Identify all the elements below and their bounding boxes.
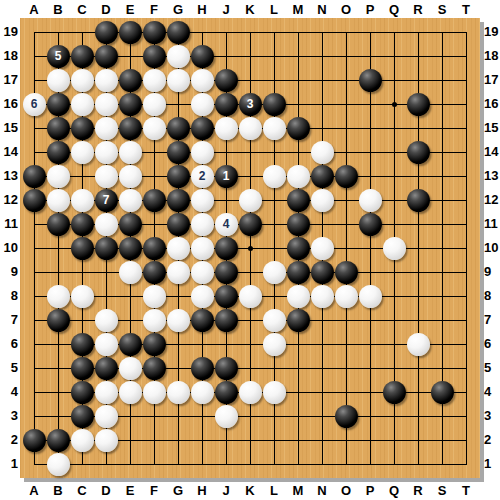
white-stone-D16[interactable] — [95, 93, 118, 116]
white-stone-F7[interactable] — [143, 309, 166, 332]
board-cell-G8[interactable] — [166, 284, 190, 308]
board-cell-N7[interactable] — [310, 308, 334, 332]
board-cell-H19[interactable] — [190, 20, 214, 44]
board-cell-C14[interactable] — [70, 140, 94, 164]
board-cell-J4[interactable] — [214, 380, 238, 404]
board-cell-B11[interactable] — [46, 212, 70, 236]
board-cell-P13[interactable] — [358, 164, 382, 188]
white-stone-N14[interactable] — [311, 141, 334, 164]
board-cell-M16[interactable] — [286, 92, 310, 116]
board-cell-T10[interactable] — [454, 236, 478, 260]
board-cell-F11[interactable] — [142, 212, 166, 236]
black-stone-P17[interactable] — [359, 69, 382, 92]
board-cell-E12[interactable] — [118, 188, 142, 212]
black-stone-B2[interactable] — [47, 429, 70, 452]
white-stone-P12[interactable] — [359, 189, 382, 212]
board-cell-Q16[interactable] — [382, 92, 406, 116]
board-cell-Q15[interactable] — [382, 116, 406, 140]
board-cell-J16[interactable] — [214, 92, 238, 116]
board-cell-K14[interactable] — [238, 140, 262, 164]
white-stone-H14[interactable] — [191, 141, 214, 164]
white-stone-H17[interactable] — [191, 69, 214, 92]
board-cell-S3[interactable] — [430, 404, 454, 428]
black-stone-H5[interactable] — [191, 357, 214, 380]
board-cell-B6[interactable] — [46, 332, 70, 356]
board-cell-J15[interactable] — [214, 116, 238, 140]
board-cell-R14[interactable] — [406, 140, 430, 164]
white-stone-F4[interactable] — [143, 381, 166, 404]
white-stone-C14[interactable] — [71, 141, 94, 164]
black-stone-O3[interactable] — [335, 405, 358, 428]
board-cell-L13[interactable] — [262, 164, 286, 188]
board-cell-S19[interactable] — [430, 20, 454, 44]
board-cell-R18[interactable] — [406, 44, 430, 68]
black-stone-M10[interactable] — [287, 237, 310, 260]
board-cell-M5[interactable] — [286, 356, 310, 380]
board-cell-M6[interactable] — [286, 332, 310, 356]
black-stone-C11[interactable] — [71, 213, 94, 236]
board-cell-C15[interactable] — [70, 116, 94, 140]
board-cell-H12[interactable] — [190, 188, 214, 212]
board-cell-Q3[interactable] — [382, 404, 406, 428]
white-stone-B13[interactable] — [47, 165, 70, 188]
board-cell-Q5[interactable] — [382, 356, 406, 380]
board-cell-D4[interactable] — [94, 380, 118, 404]
board-cell-S5[interactable] — [430, 356, 454, 380]
black-stone-N13[interactable] — [311, 165, 334, 188]
black-stone-F6[interactable] — [143, 333, 166, 356]
board-cell-B18[interactable]: 5 — [46, 44, 70, 68]
board-cell-M8[interactable] — [286, 284, 310, 308]
black-stone-F12[interactable] — [143, 189, 166, 212]
board-cell-N11[interactable] — [310, 212, 334, 236]
white-stone-K12[interactable] — [239, 189, 262, 212]
black-stone-J4[interactable] — [215, 381, 238, 404]
board-cell-J10[interactable] — [214, 236, 238, 260]
board-cell-Q11[interactable] — [382, 212, 406, 236]
board-cell-S15[interactable] — [430, 116, 454, 140]
board-cell-S18[interactable] — [430, 44, 454, 68]
board-cell-C6[interactable] — [70, 332, 94, 356]
black-stone-R16[interactable] — [407, 93, 430, 116]
board-cell-P9[interactable] — [358, 260, 382, 284]
black-stone-G14[interactable] — [167, 141, 190, 164]
board-cell-B9[interactable] — [46, 260, 70, 284]
black-stone-F5[interactable] — [143, 357, 166, 380]
board-cell-G17[interactable] — [166, 68, 190, 92]
board-cell-E8[interactable] — [118, 284, 142, 308]
board-cell-A5[interactable] — [22, 356, 46, 380]
board-cell-E1[interactable] — [118, 452, 142, 476]
board-cell-G13[interactable] — [166, 164, 190, 188]
white-stone-F8[interactable] — [143, 285, 166, 308]
board-cell-M7[interactable] — [286, 308, 310, 332]
white-stone-H16[interactable] — [191, 93, 214, 116]
board-cell-E10[interactable] — [118, 236, 142, 260]
board-cell-P16[interactable] — [358, 92, 382, 116]
board-cell-G11[interactable] — [166, 212, 190, 236]
board-cell-R17[interactable] — [406, 68, 430, 92]
board-cell-S10[interactable] — [430, 236, 454, 260]
board-cell-L2[interactable] — [262, 428, 286, 452]
board-cell-B8[interactable] — [46, 284, 70, 308]
board-cell-J7[interactable] — [214, 308, 238, 332]
board-cell-M3[interactable] — [286, 404, 310, 428]
board-cell-P5[interactable] — [358, 356, 382, 380]
board-cell-A9[interactable] — [22, 260, 46, 284]
board-cell-G12[interactable] — [166, 188, 190, 212]
board-cell-T16[interactable] — [454, 92, 478, 116]
board-cell-Q6[interactable] — [382, 332, 406, 356]
board-cell-O12[interactable] — [334, 188, 358, 212]
black-stone-L16[interactable] — [263, 93, 286, 116]
board-cell-C12[interactable] — [70, 188, 94, 212]
white-stone-C17[interactable] — [71, 69, 94, 92]
board-cell-L3[interactable] — [262, 404, 286, 428]
board-cell-L10[interactable] — [262, 236, 286, 260]
board-cell-D19[interactable] — [94, 20, 118, 44]
board-cell-R15[interactable] — [406, 116, 430, 140]
board-cell-K19[interactable] — [238, 20, 262, 44]
white-stone-L7[interactable] — [263, 309, 286, 332]
board-cell-R6[interactable] — [406, 332, 430, 356]
board-cell-H1[interactable] — [190, 452, 214, 476]
board-cell-M17[interactable] — [286, 68, 310, 92]
black-stone-J9[interactable] — [215, 261, 238, 284]
board-cell-J18[interactable] — [214, 44, 238, 68]
white-stone-B8[interactable] — [47, 285, 70, 308]
board-cell-D18[interactable] — [94, 44, 118, 68]
black-stone-E6[interactable] — [119, 333, 142, 356]
board-cell-L17[interactable] — [262, 68, 286, 92]
board-cell-P3[interactable] — [358, 404, 382, 428]
white-stone-K8[interactable] — [239, 285, 262, 308]
board-cell-A6[interactable] — [22, 332, 46, 356]
board-cell-A15[interactable] — [22, 116, 46, 140]
board-cell-B19[interactable] — [46, 20, 70, 44]
white-stone-G4[interactable] — [167, 381, 190, 404]
board-cell-D1[interactable] — [94, 452, 118, 476]
black-stone-F10[interactable] — [143, 237, 166, 260]
board-cell-K18[interactable] — [238, 44, 262, 68]
black-stone-H18[interactable] — [191, 45, 214, 68]
board-cell-H13[interactable]: 2 — [190, 164, 214, 188]
black-stone-Q4[interactable] — [383, 381, 406, 404]
white-stone-H9[interactable] — [191, 261, 214, 284]
board-cell-S6[interactable] — [430, 332, 454, 356]
board-cell-A10[interactable] — [22, 236, 46, 260]
board-cell-A14[interactable] — [22, 140, 46, 164]
black-stone-C10[interactable] — [71, 237, 94, 260]
board-cell-N14[interactable] — [310, 140, 334, 164]
board-cell-F9[interactable] — [142, 260, 166, 284]
board-cell-B2[interactable] — [46, 428, 70, 452]
black-stone-C6[interactable] — [71, 333, 94, 356]
board-cell-F3[interactable] — [142, 404, 166, 428]
black-stone-E10[interactable] — [119, 237, 142, 260]
white-stone-H11[interactable] — [191, 213, 214, 236]
black-stone-C5[interactable] — [71, 357, 94, 380]
board-cell-L14[interactable] — [262, 140, 286, 164]
board-cell-C17[interactable] — [70, 68, 94, 92]
board-cell-P18[interactable] — [358, 44, 382, 68]
white-stone-G18[interactable] — [167, 45, 190, 68]
board-cell-A17[interactable] — [22, 68, 46, 92]
board-cell-Q19[interactable] — [382, 20, 406, 44]
black-stone-J16[interactable] — [215, 93, 238, 116]
board-cell-S13[interactable] — [430, 164, 454, 188]
black-stone-G15[interactable] — [167, 117, 190, 140]
board-cell-T8[interactable] — [454, 284, 478, 308]
white-stone-M8[interactable] — [287, 285, 310, 308]
black-stone-O13[interactable] — [335, 165, 358, 188]
board-cell-R9[interactable] — [406, 260, 430, 284]
board-cell-R7[interactable] — [406, 308, 430, 332]
board-cell-O9[interactable] — [334, 260, 358, 284]
board-cell-D5[interactable] — [94, 356, 118, 380]
board-cell-P4[interactable] — [358, 380, 382, 404]
white-stone-H4[interactable] — [191, 381, 214, 404]
board-cell-S7[interactable] — [430, 308, 454, 332]
board-cell-S16[interactable] — [430, 92, 454, 116]
board-cell-N15[interactable] — [310, 116, 334, 140]
board-cell-H17[interactable] — [190, 68, 214, 92]
board-cell-M14[interactable] — [286, 140, 310, 164]
board-cell-E13[interactable] — [118, 164, 142, 188]
board-cell-S8[interactable] — [430, 284, 454, 308]
board-cell-A3[interactable] — [22, 404, 46, 428]
black-stone-D12[interactable]: 7 — [95, 189, 118, 212]
board-cell-P15[interactable] — [358, 116, 382, 140]
board-cell-C11[interactable] — [70, 212, 94, 236]
board-cell-T17[interactable] — [454, 68, 478, 92]
board-cell-M13[interactable] — [286, 164, 310, 188]
board-cell-H11[interactable] — [190, 212, 214, 236]
white-stone-D3[interactable] — [95, 405, 118, 428]
board-cell-R3[interactable] — [406, 404, 430, 428]
board-cell-C2[interactable] — [70, 428, 94, 452]
board-cell-R8[interactable] — [406, 284, 430, 308]
board-cell-C1[interactable] — [70, 452, 94, 476]
board-cell-L19[interactable] — [262, 20, 286, 44]
board-cell-L6[interactable] — [262, 332, 286, 356]
board-cell-E3[interactable] — [118, 404, 142, 428]
board-cell-J2[interactable] — [214, 428, 238, 452]
board-cell-F12[interactable] — [142, 188, 166, 212]
black-stone-B16[interactable] — [47, 93, 70, 116]
board-cell-E2[interactable] — [118, 428, 142, 452]
white-stone-H13[interactable]: 2 — [191, 165, 214, 188]
board-cell-Q18[interactable] — [382, 44, 406, 68]
board-cell-F15[interactable] — [142, 116, 166, 140]
black-stone-H15[interactable] — [191, 117, 214, 140]
white-stone-A16[interactable]: 6 — [23, 93, 46, 116]
white-stone-C12[interactable] — [71, 189, 94, 212]
board-cell-Q10[interactable] — [382, 236, 406, 260]
black-stone-J7[interactable] — [215, 309, 238, 332]
board-cell-J6[interactable] — [214, 332, 238, 356]
white-stone-K4[interactable] — [239, 381, 262, 404]
board-cell-H7[interactable] — [190, 308, 214, 332]
board-cell-M11[interactable] — [286, 212, 310, 236]
board-cell-M9[interactable] — [286, 260, 310, 284]
board-cell-L4[interactable] — [262, 380, 286, 404]
board-cell-L12[interactable] — [262, 188, 286, 212]
board-cell-O1[interactable] — [334, 452, 358, 476]
board-cell-F5[interactable] — [142, 356, 166, 380]
white-stone-J15[interactable] — [215, 117, 238, 140]
white-stone-G9[interactable] — [167, 261, 190, 284]
board-cell-K5[interactable] — [238, 356, 262, 380]
board-cell-J1[interactable] — [214, 452, 238, 476]
board-cell-D10[interactable] — [94, 236, 118, 260]
board-cell-A7[interactable] — [22, 308, 46, 332]
board-cell-P2[interactable] — [358, 428, 382, 452]
board-cell-O7[interactable] — [334, 308, 358, 332]
board-cell-G14[interactable] — [166, 140, 190, 164]
white-stone-N12[interactable] — [311, 189, 334, 212]
black-stone-M7[interactable] — [287, 309, 310, 332]
board-cell-Q9[interactable] — [382, 260, 406, 284]
board-cell-J5[interactable] — [214, 356, 238, 380]
board-cell-B13[interactable] — [46, 164, 70, 188]
board-cell-J19[interactable] — [214, 20, 238, 44]
board-cell-H14[interactable] — [190, 140, 214, 164]
board-cell-D15[interactable] — [94, 116, 118, 140]
board-cell-S9[interactable] — [430, 260, 454, 284]
board-cell-B12[interactable] — [46, 188, 70, 212]
board-cell-F7[interactable] — [142, 308, 166, 332]
board-cell-K6[interactable] — [238, 332, 262, 356]
board-cell-N1[interactable] — [310, 452, 334, 476]
black-stone-P11[interactable] — [359, 213, 382, 236]
board-cell-A16[interactable]: 6 — [22, 92, 46, 116]
board-cell-F2[interactable] — [142, 428, 166, 452]
board-cell-C9[interactable] — [70, 260, 94, 284]
board-cell-C13[interactable] — [70, 164, 94, 188]
white-stone-J3[interactable] — [215, 405, 238, 428]
board-cell-G5[interactable] — [166, 356, 190, 380]
board-cell-P11[interactable] — [358, 212, 382, 236]
board-cell-L5[interactable] — [262, 356, 286, 380]
board-cell-O5[interactable] — [334, 356, 358, 380]
black-stone-D10[interactable] — [95, 237, 118, 260]
white-stone-R6[interactable] — [407, 333, 430, 356]
black-stone-G19[interactable] — [167, 21, 190, 44]
board-cell-G1[interactable] — [166, 452, 190, 476]
white-stone-L9[interactable] — [263, 261, 286, 284]
black-stone-J5[interactable] — [215, 357, 238, 380]
board-cell-P17[interactable] — [358, 68, 382, 92]
board-cell-S1[interactable] — [430, 452, 454, 476]
board-cell-F14[interactable] — [142, 140, 166, 164]
board-cell-L8[interactable] — [262, 284, 286, 308]
board-cell-T13[interactable] — [454, 164, 478, 188]
black-stone-M11[interactable] — [287, 213, 310, 236]
board-cell-T19[interactable] — [454, 20, 478, 44]
board-cell-B4[interactable] — [46, 380, 70, 404]
board-cell-P10[interactable] — [358, 236, 382, 260]
board-cell-G10[interactable] — [166, 236, 190, 260]
board-cell-D2[interactable] — [94, 428, 118, 452]
board-cell-A19[interactable] — [22, 20, 46, 44]
white-stone-L15[interactable] — [263, 117, 286, 140]
white-stone-E5[interactable] — [119, 357, 142, 380]
board-cell-E6[interactable] — [118, 332, 142, 356]
board-cell-D17[interactable] — [94, 68, 118, 92]
board-cell-K8[interactable] — [238, 284, 262, 308]
board-cell-B15[interactable] — [46, 116, 70, 140]
board-cell-N19[interactable] — [310, 20, 334, 44]
board-cell-B14[interactable] — [46, 140, 70, 164]
board-cell-M18[interactable] — [286, 44, 310, 68]
black-stone-E16[interactable] — [119, 93, 142, 116]
board-cell-D16[interactable] — [94, 92, 118, 116]
board-cell-Q8[interactable] — [382, 284, 406, 308]
board-cell-D13[interactable] — [94, 164, 118, 188]
board-cell-H5[interactable] — [190, 356, 214, 380]
board-cell-E17[interactable] — [118, 68, 142, 92]
board-cell-O8[interactable] — [334, 284, 358, 308]
board-cell-N6[interactable] — [310, 332, 334, 356]
board-cell-F16[interactable] — [142, 92, 166, 116]
white-stone-D7[interactable] — [95, 309, 118, 332]
black-stone-B14[interactable] — [47, 141, 70, 164]
board-cell-R11[interactable] — [406, 212, 430, 236]
board-cell-N10[interactable] — [310, 236, 334, 260]
board-cell-G3[interactable] — [166, 404, 190, 428]
white-stone-E13[interactable] — [119, 165, 142, 188]
board-cell-T6[interactable] — [454, 332, 478, 356]
board-cell-F10[interactable] — [142, 236, 166, 260]
board-cell-J3[interactable] — [214, 404, 238, 428]
board-cell-F17[interactable] — [142, 68, 166, 92]
white-stone-O8[interactable] — [335, 285, 358, 308]
board-cell-G6[interactable] — [166, 332, 190, 356]
black-stone-E19[interactable] — [119, 21, 142, 44]
board-cell-G18[interactable] — [166, 44, 190, 68]
board-cell-G16[interactable] — [166, 92, 190, 116]
black-stone-F18[interactable] — [143, 45, 166, 68]
board-cell-N12[interactable] — [310, 188, 334, 212]
board-cell-F6[interactable] — [142, 332, 166, 356]
board-cell-C19[interactable] — [70, 20, 94, 44]
black-stone-K11[interactable] — [239, 213, 262, 236]
board-cell-G7[interactable] — [166, 308, 190, 332]
board-cell-R10[interactable] — [406, 236, 430, 260]
black-stone-A13[interactable] — [23, 165, 46, 188]
white-stone-L6[interactable] — [263, 333, 286, 356]
board-cell-K17[interactable] — [238, 68, 262, 92]
board-cell-N9[interactable] — [310, 260, 334, 284]
black-stone-D5[interactable] — [95, 357, 118, 380]
board-cell-N8[interactable] — [310, 284, 334, 308]
board-cell-A2[interactable] — [22, 428, 46, 452]
board-cell-J17[interactable] — [214, 68, 238, 92]
black-stone-R12[interactable] — [407, 189, 430, 212]
board-cell-A11[interactable] — [22, 212, 46, 236]
board-cell-K12[interactable] — [238, 188, 262, 212]
board-cell-H4[interactable] — [190, 380, 214, 404]
board-cell-O4[interactable] — [334, 380, 358, 404]
board-cell-B16[interactable] — [46, 92, 70, 116]
white-stone-N10[interactable] — [311, 237, 334, 260]
white-stone-E12[interactable] — [119, 189, 142, 212]
black-stone-E15[interactable] — [119, 117, 142, 140]
board-cell-O13[interactable] — [334, 164, 358, 188]
board-cell-N13[interactable] — [310, 164, 334, 188]
black-stone-G13[interactable] — [167, 165, 190, 188]
